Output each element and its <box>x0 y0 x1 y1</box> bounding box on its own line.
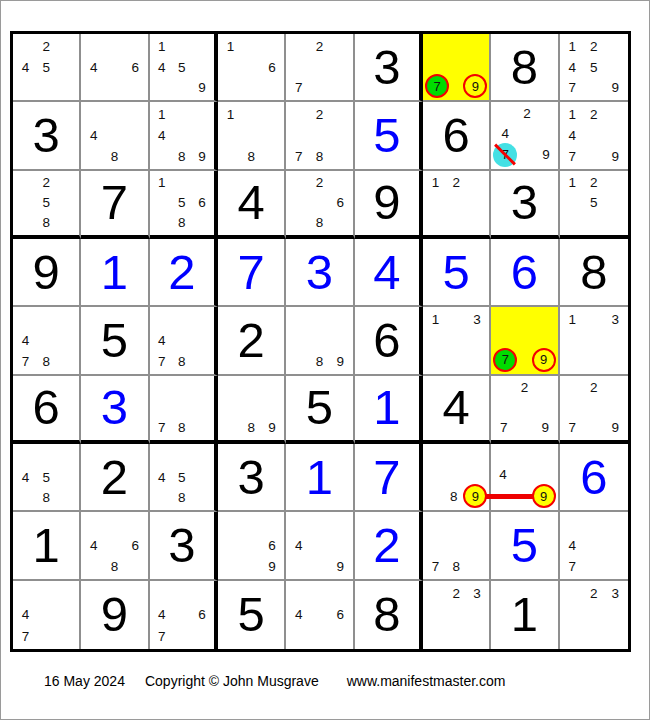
cell-r7c4[interactable]: 3 <box>218 444 286 512</box>
cell-r8c3[interactable]: 3 <box>150 512 218 580</box>
pencil-marks: 467 <box>152 583 212 647</box>
cell-r2c8[interactable]: 2479 <box>491 102 559 170</box>
candidate-digit: 4 <box>15 467 36 488</box>
pencil-marks: 18 <box>220 104 282 166</box>
cell-r1c7[interactable]: 79 <box>423 34 491 102</box>
candidate-digit: 4 <box>15 604 36 625</box>
empty-mini <box>330 78 351 99</box>
empty-mini <box>36 446 57 467</box>
candidate-digit: 7 <box>562 418 583 438</box>
candidate-digit: 8 <box>172 418 192 438</box>
candidate-digit: 8 <box>172 488 192 509</box>
cell-r1c1[interactable]: 245 <box>13 34 81 102</box>
cell-r7c1[interactable]: 458 <box>13 444 81 512</box>
empty-mini <box>449 36 463 55</box>
empty-mini <box>15 193 36 213</box>
candidate-digit: 8 <box>104 146 125 167</box>
empty-mini <box>425 36 449 55</box>
empty-mini <box>583 556 604 577</box>
empty-mini <box>288 36 309 57</box>
candidate-digit: 2 <box>514 378 535 398</box>
empty-mini <box>241 535 262 556</box>
empty-mini <box>152 446 172 467</box>
empty-mini <box>463 446 487 465</box>
solved-digit: 6 <box>511 248 538 297</box>
candidate-digit: 7 <box>15 626 36 647</box>
empty-mini <box>446 351 467 372</box>
cell-r7c3[interactable]: 458 <box>150 444 218 512</box>
solved-digit: 5 <box>443 248 470 297</box>
empty-mini <box>425 484 444 508</box>
cell-r9c1[interactable]: 47 <box>13 581 81 649</box>
given-digit: 8 <box>511 43 538 92</box>
cell-r7c7[interactable]: 89 <box>423 444 491 512</box>
empty-mini <box>583 626 604 647</box>
empty-mini <box>172 398 192 418</box>
candidate-digit: 1 <box>562 173 583 193</box>
cell-r9c2[interactable]: 9 <box>81 581 149 649</box>
candidate-digit: 6 <box>192 193 212 213</box>
empty-mini <box>57 57 78 78</box>
cell-r4c1[interactable]: 9 <box>13 239 81 307</box>
empty-mini <box>532 446 556 465</box>
cell-r5c4[interactable]: 2 <box>218 307 286 375</box>
empty-mini <box>192 330 212 351</box>
candidate-digit: 6 <box>192 604 212 625</box>
cell-r2c6[interactable]: 5 <box>355 102 423 170</box>
candidate-digit: 9 <box>605 418 626 438</box>
empty-mini <box>172 378 192 398</box>
cell-r2c2[interactable]: 48 <box>81 102 149 170</box>
empty-mini <box>104 36 125 57</box>
pencil-marks: 79 <box>425 36 487 98</box>
empty-mini <box>536 104 555 123</box>
candidate-digit: 1 <box>425 309 446 330</box>
strike-line <box>494 144 516 166</box>
empty-mini <box>15 36 36 57</box>
empty-mini <box>583 604 604 625</box>
empty-mini <box>583 330 604 351</box>
given-digit: 8 <box>373 590 400 639</box>
cell-r4c6[interactable]: 4 <box>355 239 423 307</box>
empty-mini <box>535 378 556 398</box>
empty-mini <box>517 348 531 372</box>
footer-date: 16 May 2024 <box>44 673 125 689</box>
cell-r4c7[interactable]: 5 <box>423 239 491 307</box>
empty-mini <box>605 193 626 213</box>
empty-mini <box>125 146 146 167</box>
candidate-digit: 2 <box>446 583 467 604</box>
cell-r4c5[interactable]: 3 <box>286 239 354 307</box>
cell-r7c8[interactable]: 49 <box>491 444 559 512</box>
empty-mini <box>57 467 78 488</box>
circled-candidate: 7 <box>425 74 449 98</box>
empty-mini <box>330 36 351 57</box>
pencil-marks: 279 <box>493 378 555 438</box>
cell-r3c8[interactable]: 3 <box>491 171 559 239</box>
cell-r3c2[interactable]: 7 <box>81 171 149 239</box>
cell-r6c2[interactable]: 3 <box>81 376 149 444</box>
candidate-digit: 2 <box>36 173 57 193</box>
empty-mini <box>446 604 467 625</box>
cell-r8c2[interactable]: 468 <box>81 512 149 580</box>
cell-r6c8[interactable]: 279 <box>491 376 559 444</box>
cell-r3c7[interactable]: 12 <box>423 171 491 239</box>
empty-mini <box>152 488 172 509</box>
empty-mini <box>425 330 446 351</box>
cell-r9c4[interactable]: 5 <box>218 581 286 649</box>
footer-website: www.manifestmaster.com <box>347 673 506 689</box>
footer: 16 May 2024Copyright © John Musgravewww.… <box>44 673 505 689</box>
empty-mini <box>583 146 604 167</box>
cell-r8c6[interactable]: 2 <box>355 512 423 580</box>
cell-r5c3[interactable]: 478 <box>150 307 218 375</box>
empty-mini <box>262 125 283 146</box>
candidate-digit: 2 <box>309 173 330 193</box>
candidate-digit: 1 <box>562 36 583 57</box>
candidate-digit: 5 <box>36 193 57 213</box>
empty-mini <box>241 78 262 99</box>
pencil-marks: 49 <box>493 446 555 508</box>
empty-mini <box>192 351 212 372</box>
cell-r1c4[interactable]: 16 <box>218 34 286 102</box>
given-digit: 5 <box>238 590 265 639</box>
cell-r4c3[interactable]: 2 <box>150 239 218 307</box>
empty-mini <box>83 146 104 167</box>
cell-r4c2[interactable]: 1 <box>81 239 149 307</box>
empty-mini <box>449 55 463 74</box>
empty-mini <box>605 514 626 535</box>
candidate-digit: 6 <box>125 535 146 556</box>
empty-mini <box>514 418 535 438</box>
cell-r6c4[interactable]: 89 <box>218 376 286 444</box>
candidate-digit: 7 <box>562 78 583 99</box>
candidate-digit: 8 <box>172 213 192 233</box>
cell-r2c9[interactable]: 12479 <box>560 102 628 170</box>
empty-mini <box>330 309 351 330</box>
empty-mini <box>449 74 463 98</box>
candidate-digit: 5 <box>36 467 57 488</box>
empty-mini <box>15 78 36 99</box>
pencil-marks: 89 <box>220 378 282 438</box>
empty-mini <box>241 514 262 535</box>
sudoku-board: 2454614591627379812457934814891827856247… <box>10 31 631 652</box>
candidate-digit: 8 <box>241 418 262 438</box>
candidate-digit: 4 <box>83 125 104 146</box>
cell-r1c8[interactable]: 8 <box>491 34 559 102</box>
cell-r6c3[interactable]: 78 <box>150 376 218 444</box>
empty-mini <box>262 104 283 125</box>
empty-mini <box>125 514 146 535</box>
candidate-digit: 4 <box>83 535 104 556</box>
empty-mini <box>309 125 330 146</box>
empty-mini <box>220 78 241 99</box>
empty-mini <box>425 604 446 625</box>
empty-mini <box>493 378 514 398</box>
cell-r8c5[interactable]: 49 <box>286 512 354 580</box>
candidate-digit: 8 <box>309 213 330 233</box>
empty-mini <box>241 378 262 398</box>
cell-r8c8[interactable]: 5 <box>491 512 559 580</box>
pencil-marks: 23 <box>562 583 626 647</box>
cell-r3c4[interactable]: 4 <box>218 171 286 239</box>
empty-mini <box>83 78 104 99</box>
pencil-marks: 268 <box>288 173 350 233</box>
candidate-digit: 5 <box>583 57 604 78</box>
cell-r3c5[interactable]: 268 <box>286 171 354 239</box>
empty-mini <box>605 378 626 398</box>
candidate-cell: 7 <box>493 143 517 167</box>
circled-candidate: 9 <box>463 74 487 98</box>
empty-mini <box>425 626 446 647</box>
cell-r9c7[interactable]: 23 <box>423 581 491 649</box>
cell-r1c2[interactable]: 46 <box>81 34 149 102</box>
candidate-digit: 6 <box>125 57 146 78</box>
candidate-digit: 7 <box>152 626 172 647</box>
empty-mini <box>425 514 446 535</box>
empty-mini <box>220 556 241 577</box>
cell-r7c6[interactable]: 7 <box>355 444 423 512</box>
empty-mini <box>467 626 488 647</box>
empty-mini <box>57 330 78 351</box>
empty-mini <box>605 125 626 146</box>
candidate-digit: 2 <box>309 104 330 125</box>
cell-r3c3[interactable]: 1568 <box>150 171 218 239</box>
empty-mini <box>493 104 517 123</box>
cell-r7c2[interactable]: 2 <box>81 444 149 512</box>
empty-mini <box>152 193 172 213</box>
cell-r5c7[interactable]: 13 <box>423 307 491 375</box>
cell-r9c5[interactable]: 46 <box>286 581 354 649</box>
cell-r4c8[interactable]: 6 <box>491 239 559 307</box>
candidate-digit: 2 <box>309 36 330 57</box>
candidate-digit: 8 <box>444 484 463 508</box>
cell-r1c5[interactable]: 27 <box>286 34 354 102</box>
candidate-digit: 9 <box>262 418 283 438</box>
candidate-digit: 6 <box>262 57 283 78</box>
cell-r9c3[interactable]: 467 <box>150 581 218 649</box>
cell-r5c2[interactable]: 5 <box>81 307 149 375</box>
cell-r6c5[interactable]: 5 <box>286 376 354 444</box>
candidate-digit: 9 <box>605 146 626 167</box>
empty-mini <box>220 378 241 398</box>
cell-r8c7[interactable]: 78 <box>423 512 491 580</box>
cell-r6c6[interactable]: 1 <box>355 376 423 444</box>
cell-r3c6[interactable]: 9 <box>355 171 423 239</box>
cell-r2c7[interactable]: 6 <box>423 102 491 170</box>
cell-r3c9[interactable]: 125 <box>560 171 628 239</box>
candidate-digit: 7 <box>15 351 36 372</box>
cell-r1c9[interactable]: 124579 <box>560 34 628 102</box>
empty-mini <box>425 535 446 556</box>
solved-digit: 1 <box>306 453 333 502</box>
cell-r3c1[interactable]: 258 <box>13 171 81 239</box>
empty-mini <box>583 535 604 556</box>
cell-r8c4[interactable]: 69 <box>218 512 286 580</box>
cell-r1c3[interactable]: 1459 <box>150 34 218 102</box>
pencil-marks: 78 <box>425 514 487 576</box>
empty-mini <box>330 104 351 125</box>
candidate-digit: 1 <box>220 36 241 57</box>
empty-mini <box>309 535 330 556</box>
pencil-marks: 279 <box>562 378 626 438</box>
candidate-digit: 2 <box>583 36 604 57</box>
empty-mini <box>36 604 57 625</box>
cell-r8c1[interactable]: 1 <box>13 512 81 580</box>
candidate-digit: 9 <box>535 418 556 438</box>
empty-mini <box>192 309 212 330</box>
empty-mini <box>288 626 309 647</box>
cell-r7c9[interactable]: 6 <box>560 444 628 512</box>
empty-mini <box>36 78 57 99</box>
given-digit: 3 <box>33 111 60 160</box>
empty-mini <box>446 626 467 647</box>
pencil-marks: 124579 <box>562 36 626 98</box>
empty-mini <box>288 213 309 233</box>
pencil-marks: 1489 <box>152 104 212 166</box>
empty-mini <box>57 213 78 233</box>
empty-mini <box>517 309 531 328</box>
cell-r7c5[interactable]: 1 <box>286 444 354 512</box>
cell-r6c9[interactable]: 279 <box>560 376 628 444</box>
empty-mini <box>446 330 467 351</box>
empty-mini <box>493 309 517 328</box>
candidate-digit: 4 <box>152 125 172 146</box>
empty-mini <box>57 583 78 604</box>
empty-mini <box>15 309 36 330</box>
cell-r5c8[interactable]: 79 <box>491 307 559 375</box>
empty-mini <box>425 213 446 233</box>
given-digit: 8 <box>580 248 607 297</box>
circled-candidate: 9 <box>532 348 556 372</box>
cell-r8c9[interactable]: 47 <box>560 512 628 580</box>
empty-mini <box>493 446 512 465</box>
empty-mini <box>172 583 192 604</box>
candidate-digit: 3 <box>605 583 626 604</box>
candidate-digit: 4 <box>562 125 583 146</box>
candidate-digit: 1 <box>562 309 583 330</box>
cell-r5c6[interactable]: 6 <box>355 307 423 375</box>
given-digit: 3 <box>511 178 538 227</box>
empty-mini <box>330 125 351 146</box>
cell-r4c4[interactable]: 7 <box>218 239 286 307</box>
cell-r9c6[interactable]: 8 <box>355 581 423 649</box>
candidate-digit: 8 <box>172 146 192 167</box>
candidate-digit: 6 <box>262 535 283 556</box>
cell-r2c5[interactable]: 278 <box>286 102 354 170</box>
empty-mini <box>192 125 212 146</box>
empty-mini <box>104 125 125 146</box>
given-digit: 6 <box>443 111 470 160</box>
empty-mini <box>152 146 172 167</box>
empty-mini <box>562 330 583 351</box>
eliminated-candidate: 7 <box>493 143 517 167</box>
candidate-digit: 1 <box>425 173 446 193</box>
empty-mini <box>463 36 487 55</box>
pencil-marks: 258 <box>15 173 77 233</box>
empty-mini <box>562 626 583 647</box>
empty-mini <box>220 514 241 535</box>
empty-mini <box>425 351 446 372</box>
solved-digit: 2 <box>168 248 195 297</box>
candidate-digit: 7 <box>288 78 309 99</box>
empty-mini <box>330 146 351 167</box>
empty-mini <box>330 514 351 535</box>
pencil-marks: 468 <box>83 514 145 576</box>
candidate-digit: 4 <box>15 330 36 351</box>
empty-mini <box>104 104 125 125</box>
candidate-digit: 8 <box>241 146 262 167</box>
cell-r6c1[interactable]: 6 <box>13 376 81 444</box>
candidate-digit: 8 <box>36 351 57 372</box>
circled-candidate: 9 <box>532 484 556 508</box>
empty-mini <box>104 78 125 99</box>
empty-mini <box>262 36 283 57</box>
candidate-digit: 5 <box>36 57 57 78</box>
empty-mini <box>446 535 467 556</box>
empty-mini <box>605 604 626 625</box>
empty-mini <box>57 36 78 57</box>
candidate-digit: 3 <box>467 583 488 604</box>
empty-mini <box>57 626 78 647</box>
empty-mini <box>241 104 262 125</box>
empty-mini <box>15 488 36 509</box>
cell-r6c7[interactable]: 4 <box>423 376 491 444</box>
given-digit: 3 <box>168 521 195 570</box>
candidate-digit: 2 <box>36 36 57 57</box>
empty-mini <box>330 583 351 604</box>
cell-r2c4[interactable]: 18 <box>218 102 286 170</box>
empty-mini <box>172 78 192 99</box>
circled-candidate: 7 <box>493 348 517 372</box>
empty-mini <box>512 446 531 465</box>
cell-r2c1[interactable]: 3 <box>13 102 81 170</box>
empty-mini <box>493 398 514 418</box>
cell-r5c9[interactable]: 13 <box>560 307 628 375</box>
empty-mini <box>562 583 583 604</box>
pencil-marks: 458 <box>15 446 77 508</box>
cell-r1c6[interactable]: 3 <box>355 34 423 102</box>
cell-r5c5[interactable]: 89 <box>286 307 354 375</box>
cell-r4c9[interactable]: 8 <box>560 239 628 307</box>
empty-mini <box>220 57 241 78</box>
given-digit: 6 <box>373 316 400 365</box>
empty-mini <box>583 351 604 372</box>
empty-mini <box>172 36 192 57</box>
empty-mini <box>241 398 262 418</box>
cell-r2c3[interactable]: 1489 <box>150 102 218 170</box>
candidate-digit: 4 <box>288 604 309 625</box>
empty-mini <box>125 104 146 125</box>
candidate-digit: 4 <box>562 57 583 78</box>
empty-mini <box>262 514 283 535</box>
empty-mini <box>605 626 626 647</box>
pencil-marks: 89 <box>288 309 350 371</box>
empty-mini <box>288 104 309 125</box>
empty-mini <box>152 213 172 233</box>
empty-mini <box>192 488 212 509</box>
cell-r5c1[interactable]: 478 <box>13 307 81 375</box>
empty-mini <box>446 514 467 535</box>
empty-mini <box>605 330 626 351</box>
empty-mini <box>288 583 309 604</box>
given-digit: 5 <box>101 316 128 365</box>
empty-mini <box>241 36 262 57</box>
empty-mini <box>309 556 330 577</box>
cell-r9c9[interactable]: 23 <box>560 581 628 649</box>
candidate-digit: 7 <box>152 418 172 438</box>
cell-r9c8[interactable]: 1 <box>491 581 559 649</box>
